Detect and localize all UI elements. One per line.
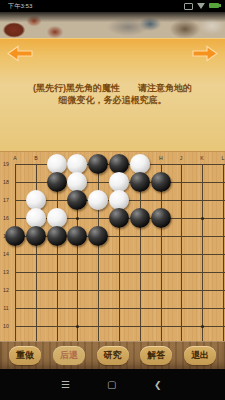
next-problem-button right-arrow-icon[interactable]	[192, 45, 218, 62]
black-stone-F19	[109, 154, 129, 174]
star-point-K10	[201, 325, 204, 328]
row-label-18: 18	[2, 179, 10, 184]
black-stone-B15	[26, 226, 46, 246]
white-stone-B17	[26, 190, 46, 210]
previous-problem-button left-arrow-icon[interactable]	[7, 45, 33, 62]
white-stone-E17	[88, 190, 108, 210]
row-label-14: 14	[2, 251, 10, 256]
row-label-10: 10	[2, 323, 10, 328]
grid-line-col-L	[223, 164, 224, 341]
white-stone-B16	[26, 208, 46, 228]
grid-line-row-12	[15, 290, 225, 291]
decorative-painting-banner	[0, 12, 225, 38]
row-label-16: 16	[2, 215, 10, 220]
grid-line-col-K	[202, 164, 203, 341]
menu-icon[interactable]: ☰	[61, 380, 70, 390]
white-stone-G19	[130, 154, 150, 174]
wifi-icon	[197, 3, 205, 9]
grid-line-row-13	[15, 272, 225, 273]
col-label-J: J	[176, 155, 186, 160]
col-label-H: H	[155, 155, 165, 160]
answer-button[interactable]: 解答	[140, 346, 172, 365]
col-label-A: A	[10, 155, 20, 160]
black-stone-D17	[67, 190, 87, 210]
android-nav-bar: ☰ ▢ ❮	[0, 369, 225, 400]
app-screen: 下午3:53 (黑先行)黑先角的魔性 请注意角地的 细微变化，务必追根究底。 A…	[0, 0, 225, 400]
row-label-19: 19	[2, 161, 10, 166]
star-point-D16	[76, 217, 79, 220]
row-label-11: 11	[2, 305, 10, 310]
toolbar: 重做 后退 研究 解答 退出	[0, 341, 225, 369]
white-stone-D19	[67, 154, 87, 174]
row-label-13: 13	[2, 269, 10, 274]
grid-line-row-14	[15, 254, 225, 255]
black-stone-E19	[88, 154, 108, 174]
grid-line-row-10	[15, 326, 225, 327]
research-button[interactable]: 研究	[97, 346, 129, 365]
clock: 下午3:53	[8, 2, 32, 11]
black-stone-C15	[47, 226, 67, 246]
star-point-K16	[201, 217, 204, 220]
white-stone-D18	[67, 172, 87, 192]
redo-button[interactable]: 重做	[9, 346, 41, 365]
battery-icon	[209, 3, 219, 8]
problem-line2: 细微变化，务必追根究底。	[0, 95, 225, 107]
col-label-B: B	[31, 155, 41, 160]
undo-button[interactable]: 后退	[53, 346, 85, 365]
grid-line-row-11	[15, 308, 225, 309]
screenshot-icon	[184, 3, 193, 10]
black-stone-C18	[47, 172, 67, 192]
home-icon[interactable]: ▢	[107, 380, 116, 390]
problem-description: (黑先行)黑先角的魔性 请注意角地的 细微变化，务必追根究底。	[0, 83, 225, 106]
row-label-17: 17	[2, 197, 10, 202]
white-stone-C16	[47, 208, 67, 228]
black-stone-G16	[130, 208, 150, 228]
black-stone-E15	[88, 226, 108, 246]
white-stone-C19	[47, 154, 67, 174]
black-stone-D15	[67, 226, 87, 246]
black-stone-G18	[130, 172, 150, 192]
col-label-L: L	[218, 155, 225, 160]
black-stone-F16	[109, 208, 129, 228]
col-label-K: K	[197, 155, 207, 160]
row-label-12: 12	[2, 287, 10, 292]
black-stone-H18	[151, 172, 171, 192]
white-stone-F17	[109, 190, 129, 210]
star-point-D10	[76, 325, 79, 328]
black-stone-H16	[151, 208, 171, 228]
grid-line-col-J	[181, 164, 182, 341]
exit-button[interactable]: 退出	[184, 346, 216, 365]
grid-line-col-A	[15, 164, 16, 341]
status-bar: 下午3:53	[0, 0, 225, 12]
back-icon[interactable]: ❮	[154, 380, 162, 390]
black-stone-A15	[5, 226, 25, 246]
white-stone-F18	[109, 172, 129, 192]
problem-panel: (黑先行)黑先角的魔性 请注意角地的 细微变化，务必追根究底。	[0, 38, 225, 151]
problem-line1: (黑先行)黑先角的魔性 请注意角地的	[0, 83, 225, 95]
go-board[interactable]: ABCDEFGHJKL19181716151413121110	[0, 151, 225, 341]
